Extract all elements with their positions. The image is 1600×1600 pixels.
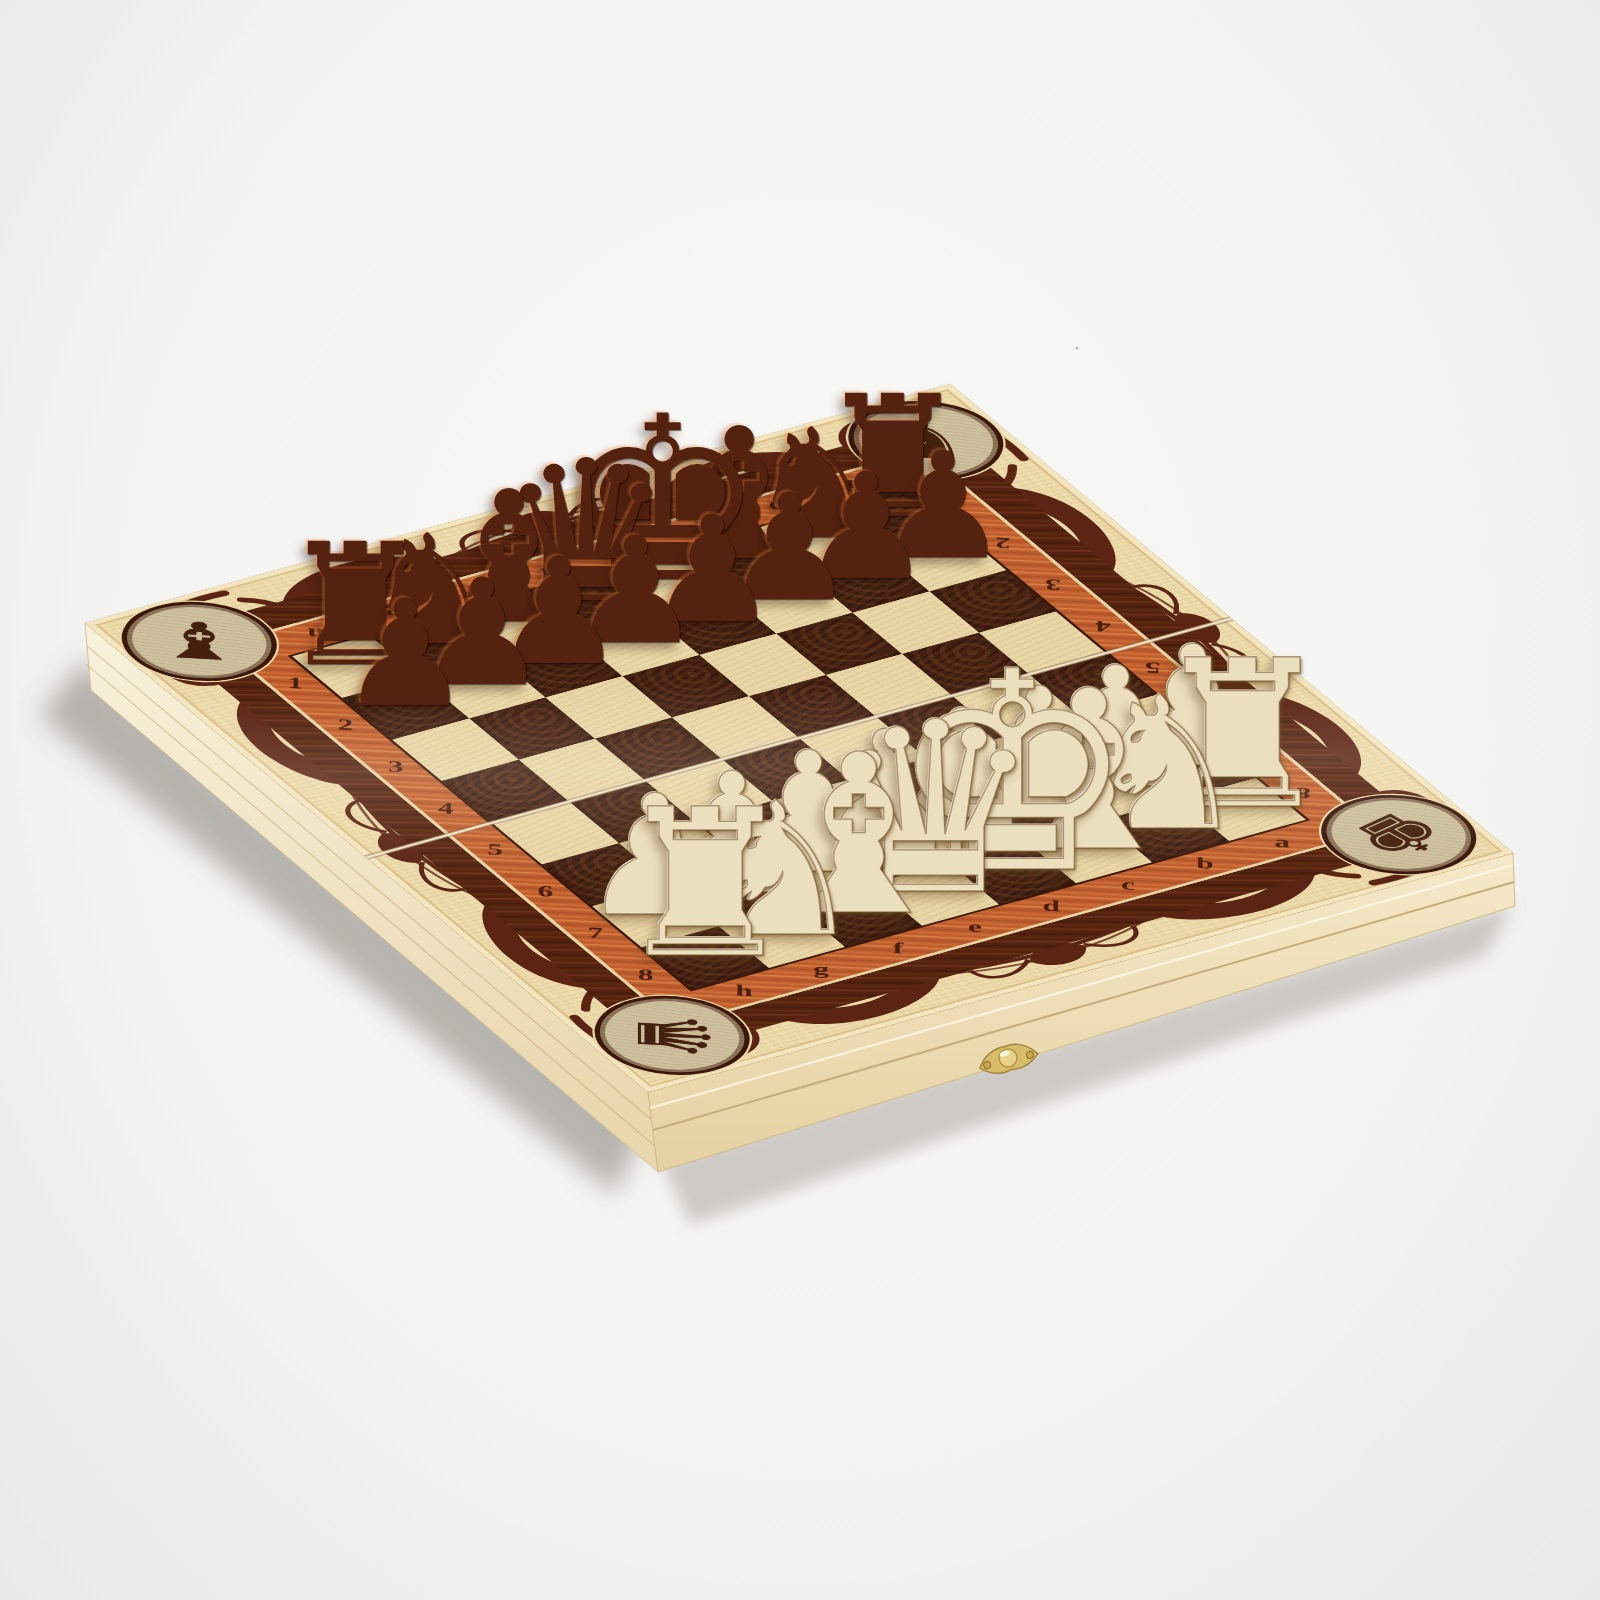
rank-label-3-near: 3	[375, 755, 416, 778]
dust-speck	[1076, 347, 1079, 350]
knight-medallion-icon: ♞	[854, 400, 999, 481]
rank-label-1-near: 1	[275, 672, 316, 695]
file-label-e-far: e	[526, 559, 567, 582]
rank-label-3-far: 3	[1032, 573, 1073, 596]
file-label-e-near: e	[954, 915, 995, 938]
scene: 1122334455667788aabbccddeeffgghh ♞♚♛♝ ♜♞…	[0, 0, 1600, 1600]
file-label-b-far: b	[756, 495, 797, 518]
rank-label-7-far: 7	[1232, 740, 1273, 763]
rank-label-5-far: 5	[1132, 656, 1173, 679]
rank-label-7-near: 7	[575, 921, 616, 944]
rank-label-2-near: 2	[325, 713, 366, 736]
file-label-d-far: d	[603, 538, 644, 561]
file-label-c-near: c	[1107, 873, 1148, 896]
file-label-a-near: a	[1261, 830, 1302, 853]
file-label-c-far: c	[680, 516, 721, 539]
file-label-f-far: f	[449, 580, 490, 603]
rank-label-1-far: 1	[932, 490, 973, 513]
rank-label-6-near: 6	[525, 880, 566, 903]
file-label-g-far: g	[372, 601, 413, 624]
queen-medallion-icon: ♛	[600, 995, 745, 1076]
file-label-h-near: h	[724, 979, 765, 1002]
rank-label-8-far: 8	[1282, 781, 1323, 804]
rank-label-4-near: 4	[425, 796, 466, 819]
rank-label-4-far: 4	[1082, 615, 1123, 638]
file-label-g-near: g	[800, 958, 841, 981]
file-label-a-far: a	[833, 474, 874, 497]
rank-label-8-near: 8	[625, 963, 666, 986]
rank-label-2-far: 2	[982, 532, 1023, 555]
file-label-h-far: h	[296, 622, 337, 645]
rank-label-6-far: 6	[1182, 698, 1223, 721]
bishop-medallion-icon: ♝	[127, 601, 272, 682]
file-label-b-near: b	[1184, 852, 1225, 875]
rank-label-5-near: 5	[475, 838, 516, 861]
file-label-d-near: d	[1031, 894, 1072, 917]
file-label-f-near: f	[877, 936, 918, 959]
